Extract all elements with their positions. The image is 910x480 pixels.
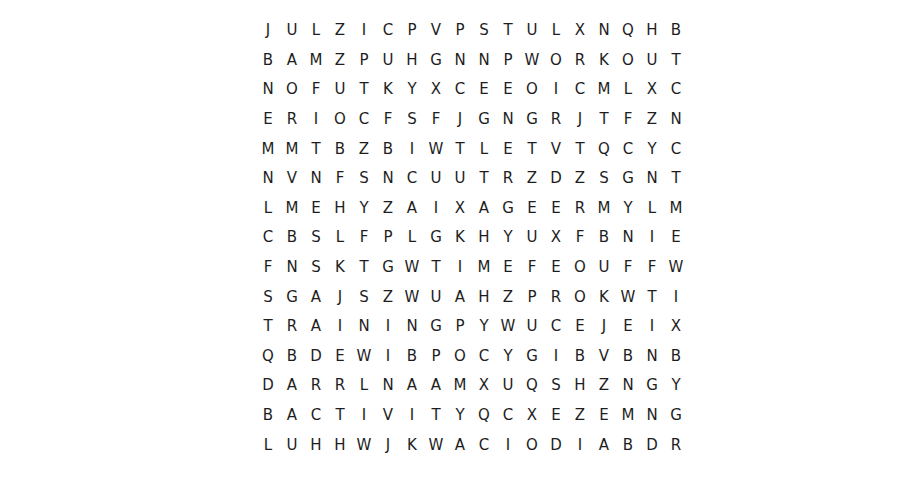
grid-cell-r10c14[interactable]: O [568,282,592,312]
grid-cell-r5c7[interactable]: I [400,134,424,164]
grid-cell-r12c16[interactable]: B [616,342,640,372]
grid-cell-r11c4[interactable]: I [328,312,352,342]
grid-cell-r12c18[interactable]: B [664,342,688,372]
grid-cell-r1c10[interactable]: S [472,16,496,46]
grid-cell-r14c16[interactable]: M [616,401,640,431]
grid-cell-r6c16[interactable]: G [616,164,640,194]
grid-cell-r5c8[interactable]: W [424,134,448,164]
grid-cell-r7c4[interactable]: H [328,194,352,224]
grid-cell-r3c14[interactable]: C [568,75,592,105]
grid-cell-r8c6[interactable]: P [376,223,400,253]
grid-cell-r7c12[interactable]: E [520,194,544,224]
grid-cell-r15c8[interactable]: W [424,430,448,460]
grid-cell-r7c5[interactable]: Y [352,194,376,224]
grid-cell-r11c18[interactable]: X [664,312,688,342]
grid-cell-r7c11[interactable]: G [496,194,520,224]
grid-cell-r12c7[interactable]: B [400,342,424,372]
grid-cell-r5c2[interactable]: M [280,134,304,164]
grid-cell-r6c15[interactable]: S [592,164,616,194]
grid-cell-r8c16[interactable]: N [616,223,640,253]
grid-cell-r2c4[interactable]: Z [328,46,352,76]
grid-cell-r7c6[interactable]: Z [376,194,400,224]
grid-cell-r14c8[interactable]: T [424,401,448,431]
grid-cell-r5c16[interactable]: C [616,134,640,164]
grid-cell-r5c1[interactable]: M [256,134,280,164]
grid-cell-r9c15[interactable]: U [592,253,616,283]
grid-cell-r2c5[interactable]: P [352,46,376,76]
grid-cell-r4c9[interactable]: J [448,105,472,135]
grid-cell-r14c2[interactable]: A [280,401,304,431]
grid-cell-r13c3[interactable]: R [304,371,328,401]
grid-cell-r6c12[interactable]: Z [520,164,544,194]
grid-cell-r4c15[interactable]: T [592,105,616,135]
grid-cell-r9c9[interactable]: I [448,253,472,283]
grid-cell-r8c18[interactable]: E [664,223,688,253]
grid-cell-r11c7[interactable]: N [400,312,424,342]
grid-cell-r6c14[interactable]: Z [568,164,592,194]
grid-cell-r2c3[interactable]: M [304,46,328,76]
grid-cell-r1c1[interactable]: J [256,16,280,46]
grid-cell-r8c15[interactable]: B [592,223,616,253]
grid-cell-r11c12[interactable]: U [520,312,544,342]
grid-cell-r8c5[interactable]: F [352,223,376,253]
grid-cell-r15c17[interactable]: D [640,430,664,460]
grid-cell-r4c12[interactable]: G [520,105,544,135]
grid-cell-r4c18[interactable]: N [664,105,688,135]
grid-cell-r6c13[interactable]: D [544,164,568,194]
grid-cell-r2c13[interactable]: O [544,46,568,76]
grid-cell-r4c4[interactable]: O [328,105,352,135]
grid-cell-r14c14[interactable]: Z [568,401,592,431]
grid-cell-r5c10[interactable]: L [472,134,496,164]
grid-cell-r9c5[interactable]: T [352,253,376,283]
grid-cell-r11c1[interactable]: T [256,312,280,342]
grid-cell-r5c18[interactable]: C [664,134,688,164]
grid-cell-r12c12[interactable]: G [520,342,544,372]
grid-cell-r1c13[interactable]: L [544,16,568,46]
grid-cell-r14c18[interactable]: G [664,401,688,431]
grid-cell-r6c7[interactable]: C [400,164,424,194]
grid-cell-r13c18[interactable]: Y [664,371,688,401]
grid-cell-r11c3[interactable]: A [304,312,328,342]
grid-cell-r14c5[interactable]: I [352,401,376,431]
grid-cell-r8c13[interactable]: X [544,223,568,253]
grid-cell-r9c10[interactable]: M [472,253,496,283]
grid-cell-r7c17[interactable]: L [640,194,664,224]
grid-cell-r15c14[interactable]: I [568,430,592,460]
grid-cell-r1c3[interactable]: L [304,16,328,46]
grid-cell-r7c7[interactable]: A [400,194,424,224]
grid-cell-r3c4[interactable]: U [328,75,352,105]
grid-cell-r10c11[interactable]: Z [496,282,520,312]
grid-cell-r14c10[interactable]: Q [472,401,496,431]
grid-cell-r2c10[interactable]: N [472,46,496,76]
grid-cell-r1c9[interactable]: P [448,16,472,46]
grid-cell-r1c11[interactable]: T [496,16,520,46]
grid-cell-r8c17[interactable]: I [640,223,664,253]
grid-cell-r1c15[interactable]: N [592,16,616,46]
grid-cell-r3c10[interactable]: E [472,75,496,105]
grid-cell-r13c5[interactable]: L [352,371,376,401]
grid-cell-r6c10[interactable]: T [472,164,496,194]
grid-cell-r5c3[interactable]: T [304,134,328,164]
grid-cell-r7c16[interactable]: Y [616,194,640,224]
grid-cell-r12c9[interactable]: O [448,342,472,372]
grid-cell-r14c7[interactable]: I [400,401,424,431]
grid-cell-r13c12[interactable]: Q [520,371,544,401]
grid-cell-r4c1[interactable]: E [256,105,280,135]
grid-cell-r13c9[interactable]: M [448,371,472,401]
grid-cell-r11c15[interactable]: J [592,312,616,342]
grid-cell-r7c14[interactable]: R [568,194,592,224]
grid-cell-r3c6[interactable]: K [376,75,400,105]
grid-cell-r15c3[interactable]: H [304,430,328,460]
grid-cell-r11c5[interactable]: N [352,312,376,342]
grid-cell-r3c5[interactable]: T [352,75,376,105]
grid-cell-r10c15[interactable]: K [592,282,616,312]
grid-cell-r11c14[interactable]: E [568,312,592,342]
grid-cell-r8c7[interactable]: L [400,223,424,253]
grid-cell-r4c5[interactable]: C [352,105,376,135]
grid-cell-r13c17[interactable]: G [640,371,664,401]
grid-cell-r6c3[interactable]: N [304,164,328,194]
grid-cell-r8c1[interactable]: C [256,223,280,253]
grid-cell-r10c16[interactable]: W [616,282,640,312]
grid-cell-r2c7[interactable]: H [400,46,424,76]
grid-cell-r4c10[interactable]: G [472,105,496,135]
grid-cell-r13c13[interactable]: S [544,371,568,401]
grid-cell-r11c6[interactable]: I [376,312,400,342]
grid-cell-r10c2[interactable]: G [280,282,304,312]
grid-cell-r12c14[interactable]: B [568,342,592,372]
grid-cell-r7c9[interactable]: X [448,194,472,224]
grid-cell-r1c4[interactable]: Z [328,16,352,46]
grid-cell-r4c16[interactable]: F [616,105,640,135]
grid-cell-r5c5[interactable]: Z [352,134,376,164]
grid-cell-r9c2[interactable]: N [280,253,304,283]
grid-cell-r14c4[interactable]: T [328,401,352,431]
grid-cell-r6c18[interactable]: T [664,164,688,194]
grid-cell-r9c1[interactable]: F [256,253,280,283]
grid-cell-r1c17[interactable]: H [640,16,664,46]
grid-cell-r8c4[interactable]: L [328,223,352,253]
grid-cell-r12c4[interactable]: E [328,342,352,372]
grid-cell-r12c3[interactable]: D [304,342,328,372]
grid-cell-r13c11[interactable]: U [496,371,520,401]
grid-cell-r6c1[interactable]: N [256,164,280,194]
grid-cell-r9c17[interactable]: F [640,253,664,283]
grid-cell-r12c13[interactable]: I [544,342,568,372]
grid-cell-r2c6[interactable]: U [376,46,400,76]
grid-cell-r14c3[interactable]: C [304,401,328,431]
grid-cell-r13c14[interactable]: H [568,371,592,401]
grid-cell-r5c4[interactable]: B [328,134,352,164]
grid-cell-r9c11[interactable]: E [496,253,520,283]
word-search-page: JULZICPVPSTULXNQHBBAMZPUHGNNPWORKOUTNOFU… [0,0,910,480]
grid-cell-r3c7[interactable]: Y [400,75,424,105]
grid-cell-r1c7[interactable]: P [400,16,424,46]
grid-cell-r9c3[interactable]: S [304,253,328,283]
grid-cell-r6c9[interactable]: U [448,164,472,194]
grid-cell-r8c14[interactable]: F [568,223,592,253]
grid-cell-r6c5[interactable]: S [352,164,376,194]
grid-cell-r10c9[interactable]: A [448,282,472,312]
grid-cell-r5c11[interactable]: E [496,134,520,164]
grid-cell-r2c12[interactable]: W [520,46,544,76]
word-search-board: JULZICPVPSTULXNQHBBAMZPUHGNNPWORKOUTNOFU… [256,16,688,460]
grid-cell-r15c6[interactable]: J [376,430,400,460]
grid-cell-r3c8[interactable]: X [424,75,448,105]
grid-cell-r6c6[interactable]: N [376,164,400,194]
grid-cell-r11c8[interactable]: G [424,312,448,342]
grid-cell-r15c16[interactable]: B [616,430,640,460]
grid-cell-r10c10[interactable]: H [472,282,496,312]
grid-cell-r10c17[interactable]: T [640,282,664,312]
grid-cell-r13c15[interactable]: Z [592,371,616,401]
grid-cell-r10c8[interactable]: U [424,282,448,312]
grid-cell-r13c2[interactable]: A [280,371,304,401]
grid-cell-r1c14[interactable]: X [568,16,592,46]
grid-cell-r13c1[interactable]: D [256,371,280,401]
grid-cell-r12c1[interactable]: Q [256,342,280,372]
grid-cell-r8c2[interactable]: B [280,223,304,253]
grid-cell-r9c7[interactable]: W [400,253,424,283]
grid-cell-r12c2[interactable]: B [280,342,304,372]
grid-cell-r12c5[interactable]: W [352,342,376,372]
grid-cell-r10c7[interactable]: W [400,282,424,312]
grid-cell-r13c7[interactable]: A [400,371,424,401]
grid-cell-r9c8[interactable]: T [424,253,448,283]
grid-cell-r1c6[interactable]: C [376,16,400,46]
grid-cell-r13c16[interactable]: N [616,371,640,401]
grid-cell-r4c6[interactable]: F [376,105,400,135]
grid-cell-r4c17[interactable]: Z [640,105,664,135]
grid-cell-r5c14[interactable]: T [568,134,592,164]
grid-cell-r7c13[interactable]: E [544,194,568,224]
grid-cell-r3c2[interactable]: O [280,75,304,105]
grid-cell-r15c12[interactable]: O [520,430,544,460]
grid-cell-r15c9[interactable]: A [448,430,472,460]
grid-cell-r7c10[interactable]: A [472,194,496,224]
grid-cell-r1c2[interactable]: U [280,16,304,46]
grid-cell-r2c17[interactable]: U [640,46,664,76]
grid-cell-r3c18[interactable]: C [664,75,688,105]
grid-cell-r12c6[interactable]: I [376,342,400,372]
grid-cell-r3c3[interactable]: F [304,75,328,105]
grid-cell-r6c8[interactable]: U [424,164,448,194]
grid-cell-r8c10[interactable]: H [472,223,496,253]
grid-cell-r9c4[interactable]: K [328,253,352,283]
grid-cell-r4c7[interactable]: S [400,105,424,135]
grid-cell-r4c2[interactable]: R [280,105,304,135]
grid-cell-r2c2[interactable]: A [280,46,304,76]
grid-cell-r11c17[interactable]: I [640,312,664,342]
grid-cell-r9c18[interactable]: W [664,253,688,283]
grid-cell-r4c14[interactable]: J [568,105,592,135]
grid-cell-r8c8[interactable]: G [424,223,448,253]
grid-cell-r14c13[interactable]: E [544,401,568,431]
grid-cell-r10c1[interactable]: S [256,282,280,312]
grid-cell-r4c3[interactable]: I [304,105,328,135]
grid-cell-r1c16[interactable]: Q [616,16,640,46]
grid-cell-r7c18[interactable]: M [664,194,688,224]
grid-cell-r14c15[interactable]: E [592,401,616,431]
grid-cell-r14c6[interactable]: V [376,401,400,431]
grid-cell-r1c18[interactable]: B [664,16,688,46]
grid-cell-r10c18[interactable]: I [664,282,688,312]
grid-cell-r11c10[interactable]: Y [472,312,496,342]
grid-cell-r9c16[interactable]: F [616,253,640,283]
grid-cell-r3c1[interactable]: N [256,75,280,105]
grid-cell-r4c11[interactable]: N [496,105,520,135]
grid-cell-r3c17[interactable]: X [640,75,664,105]
grid-cell-r2c11[interactable]: P [496,46,520,76]
grid-cell-r13c6[interactable]: N [376,371,400,401]
grid-cell-r5c6[interactable]: B [376,134,400,164]
grid-cell-r15c2[interactable]: U [280,430,304,460]
grid-cell-r12c11[interactable]: Y [496,342,520,372]
grid-cell-r15c18[interactable]: R [664,430,688,460]
grid-cell-r15c1[interactable]: L [256,430,280,460]
grid-cell-r11c11[interactable]: W [496,312,520,342]
grid-cell-r2c18[interactable]: T [664,46,688,76]
grid-cell-r12c15[interactable]: V [592,342,616,372]
grid-cell-r2c8[interactable]: G [424,46,448,76]
grid-cell-r2c15[interactable]: K [592,46,616,76]
grid-cell-r11c13[interactable]: C [544,312,568,342]
grid-cell-r15c13[interactable]: D [544,430,568,460]
grid-cell-r8c3[interactable]: S [304,223,328,253]
grid-cell-r14c11[interactable]: C [496,401,520,431]
grid-cell-r1c5[interactable]: I [352,16,376,46]
grid-cell-r5c9[interactable]: T [448,134,472,164]
grid-cell-r4c13[interactable]: R [544,105,568,135]
grid-cell-r14c9[interactable]: Y [448,401,472,431]
grid-cell-r7c1[interactable]: L [256,194,280,224]
grid-cell-r14c17[interactable]: N [640,401,664,431]
grid-cell-r2c9[interactable]: N [448,46,472,76]
grid-cell-r12c17[interactable]: N [640,342,664,372]
grid-cell-r13c10[interactable]: X [472,371,496,401]
grid-cell-r6c4[interactable]: F [328,164,352,194]
grid-cell-r5c15[interactable]: Q [592,134,616,164]
grid-cell-r13c4[interactable]: R [328,371,352,401]
grid-cell-r2c14[interactable]: R [568,46,592,76]
grid-cell-r7c3[interactable]: E [304,194,328,224]
grid-cell-r13c8[interactable]: A [424,371,448,401]
grid-cell-r3c9[interactable]: C [448,75,472,105]
grid-cell-r8c11[interactable]: Y [496,223,520,253]
grid-cell-r12c8[interactable]: P [424,342,448,372]
grid-cell-r14c1[interactable]: B [256,401,280,431]
grid-cell-r8c12[interactable]: U [520,223,544,253]
grid-cell-r12c10[interactable]: C [472,342,496,372]
grid-cell-r6c11[interactable]: R [496,164,520,194]
grid-cell-r6c2[interactable]: V [280,164,304,194]
grid-cell-r1c8[interactable]: V [424,16,448,46]
grid-cell-r11c2[interactable]: R [280,312,304,342]
grid-cell-r15c7[interactable]: K [400,430,424,460]
grid-cell-r10c3[interactable]: A [304,282,328,312]
grid-cell-r10c13[interactable]: R [544,282,568,312]
grid-cell-r5c12[interactable]: T [520,134,544,164]
grid-cell-r15c4[interactable]: H [328,430,352,460]
grid-cell-r3c12[interactable]: O [520,75,544,105]
grid-cell-r10c6[interactable]: Z [376,282,400,312]
grid-cell-r15c15[interactable]: A [592,430,616,460]
grid-cell-r11c16[interactable]: E [616,312,640,342]
grid-cell-r9c13[interactable]: E [544,253,568,283]
grid-cell-r3c15[interactable]: M [592,75,616,105]
grid-cell-r15c11[interactable]: I [496,430,520,460]
grid-cell-r10c4[interactable]: J [328,282,352,312]
grid-cell-r7c15[interactable]: M [592,194,616,224]
grid-cell-r7c2[interactable]: M [280,194,304,224]
grid-cell-r15c10[interactable]: C [472,430,496,460]
grid-cell-r7c8[interactable]: I [424,194,448,224]
grid-cell-r10c5[interactable]: S [352,282,376,312]
grid-cell-r3c16[interactable]: L [616,75,640,105]
grid-cell-r15c5[interactable]: W [352,430,376,460]
grid-cell-r10c12[interactable]: P [520,282,544,312]
grid-cell-r11c9[interactable]: P [448,312,472,342]
grid-cell-r4c8[interactable]: F [424,105,448,135]
grid-cell-r14c12[interactable]: X [520,401,544,431]
grid-cell-r9c12[interactable]: F [520,253,544,283]
grid-cell-r9c14[interactable]: O [568,253,592,283]
grid-cell-r5c13[interactable]: V [544,134,568,164]
grid-cell-r1c12[interactable]: U [520,16,544,46]
grid-cell-r8c9[interactable]: K [448,223,472,253]
grid-cell-r3c11[interactable]: E [496,75,520,105]
grid-cell-r5c17[interactable]: Y [640,134,664,164]
grid-cell-r3c13[interactable]: I [544,75,568,105]
grid-cell-r2c1[interactable]: B [256,46,280,76]
grid-cell-r9c6[interactable]: G [376,253,400,283]
grid-cell-r6c17[interactable]: N [640,164,664,194]
grid-cell-r2c16[interactable]: O [616,46,640,76]
